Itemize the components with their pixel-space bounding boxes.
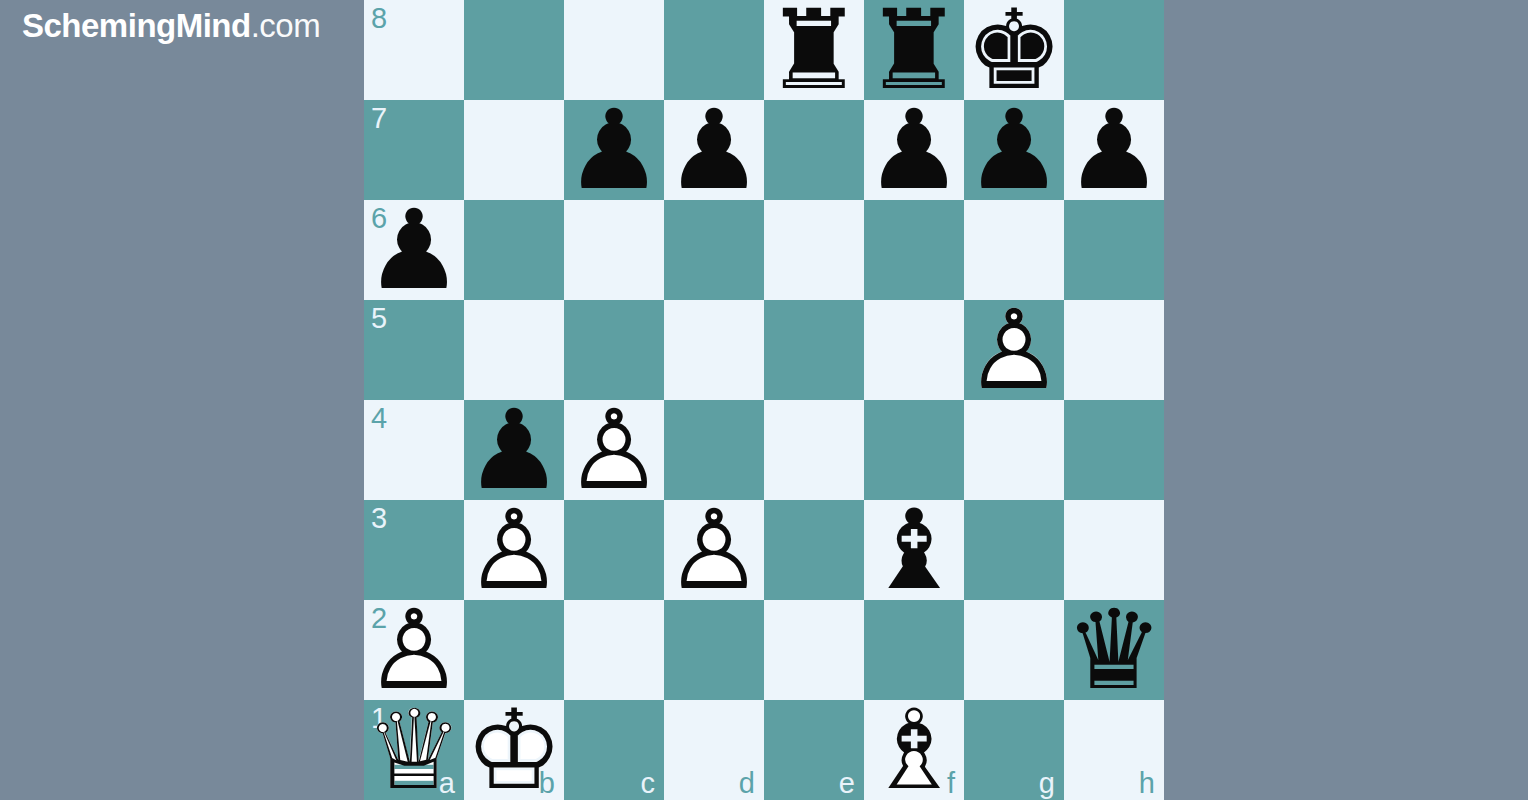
file-label-g: g bbox=[1039, 766, 1055, 800]
square-c8[interactable] bbox=[564, 0, 664, 100]
piece-white-pawn[interactable]: ♟♙ bbox=[364, 600, 464, 700]
piece-black-rook[interactable]: ♜ bbox=[764, 0, 864, 100]
rank-label-3: 3 bbox=[371, 501, 387, 535]
site-logo-suffix: .com bbox=[251, 7, 321, 44]
square-g8[interactable]: ♚ bbox=[964, 0, 1064, 100]
square-b2[interactable] bbox=[464, 600, 564, 700]
rank-label-7: 7 bbox=[371, 101, 387, 135]
square-d8[interactable] bbox=[664, 0, 764, 100]
square-d1[interactable]: d bbox=[664, 700, 764, 800]
square-a1[interactable]: 1a♛♕ bbox=[364, 700, 464, 800]
rank-label-8: 8 bbox=[371, 1, 387, 35]
square-c3[interactable] bbox=[564, 500, 664, 600]
square-a3[interactable]: 3 bbox=[364, 500, 464, 600]
piece-outline: ♙ bbox=[564, 400, 664, 500]
piece-black-pawn[interactable]: ♟ bbox=[464, 400, 564, 500]
square-d2[interactable] bbox=[664, 600, 764, 700]
square-b1[interactable]: b♚♔ bbox=[464, 700, 564, 800]
square-c2[interactable] bbox=[564, 600, 664, 700]
square-g3[interactable] bbox=[964, 500, 1064, 600]
square-f8[interactable]: ♜ bbox=[864, 0, 964, 100]
piece-white-pawn[interactable]: ♟♙ bbox=[464, 500, 564, 600]
square-b4[interactable]: ♟ bbox=[464, 400, 564, 500]
square-d7[interactable]: ♟ bbox=[664, 100, 764, 200]
square-b7[interactable] bbox=[464, 100, 564, 200]
square-f7[interactable]: ♟ bbox=[864, 100, 964, 200]
piece-white-pawn[interactable]: ♟♙ bbox=[964, 300, 1064, 400]
square-a5[interactable]: 5 bbox=[364, 300, 464, 400]
piece-black-pawn[interactable]: ♟ bbox=[1064, 100, 1164, 200]
square-e2[interactable] bbox=[764, 600, 864, 700]
square-b5[interactable] bbox=[464, 300, 564, 400]
piece-black-pawn[interactable]: ♟ bbox=[864, 100, 964, 200]
file-label-d: d bbox=[739, 766, 755, 800]
piece-outline: ♙ bbox=[964, 300, 1064, 400]
square-c4[interactable]: ♟♙ bbox=[564, 400, 664, 500]
square-f2[interactable] bbox=[864, 600, 964, 700]
square-a2[interactable]: 2♟♙ bbox=[364, 600, 464, 700]
square-g2[interactable] bbox=[964, 600, 1064, 700]
piece-black-pawn[interactable]: ♟ bbox=[964, 100, 1064, 200]
square-h7[interactable]: ♟ bbox=[1064, 100, 1164, 200]
piece-black-rook[interactable]: ♜ bbox=[864, 0, 964, 100]
piece-white-bishop[interactable]: ♝♗ bbox=[864, 700, 964, 800]
rank-label-5: 5 bbox=[371, 301, 387, 335]
square-b3[interactable]: ♟♙ bbox=[464, 500, 564, 600]
file-label-e: e bbox=[839, 766, 855, 800]
square-b6[interactable] bbox=[464, 200, 564, 300]
piece-white-pawn[interactable]: ♟♙ bbox=[564, 400, 664, 500]
piece-outline: ♗ bbox=[864, 700, 964, 800]
piece-black-pawn[interactable]: ♟ bbox=[664, 100, 764, 200]
square-h5[interactable] bbox=[1064, 300, 1164, 400]
square-a4[interactable]: 4 bbox=[364, 400, 464, 500]
piece-white-pawn[interactable]: ♟♙ bbox=[664, 500, 764, 600]
square-h1[interactable]: h bbox=[1064, 700, 1164, 800]
file-label-h: h bbox=[1139, 766, 1155, 800]
square-b8[interactable] bbox=[464, 0, 564, 100]
square-g5[interactable]: ♟♙ bbox=[964, 300, 1064, 400]
square-g4[interactable] bbox=[964, 400, 1064, 500]
piece-black-king[interactable]: ♚ bbox=[964, 0, 1064, 100]
square-e7[interactable] bbox=[764, 100, 864, 200]
square-e8[interactable]: ♜ bbox=[764, 0, 864, 100]
square-d3[interactable]: ♟♙ bbox=[664, 500, 764, 600]
square-f1[interactable]: f♝♗ bbox=[864, 700, 964, 800]
piece-outline: ♔ bbox=[464, 700, 564, 800]
file-label-c: c bbox=[641, 766, 656, 800]
square-c1[interactable]: c bbox=[564, 700, 664, 800]
square-f3[interactable]: ♝ bbox=[864, 500, 964, 600]
piece-white-king[interactable]: ♚♔ bbox=[464, 700, 564, 800]
square-d4[interactable] bbox=[664, 400, 764, 500]
square-f5[interactable] bbox=[864, 300, 964, 400]
piece-white-queen[interactable]: ♛♕ bbox=[364, 700, 464, 800]
square-e6[interactable] bbox=[764, 200, 864, 300]
square-d5[interactable] bbox=[664, 300, 764, 400]
piece-outline: ♕ bbox=[364, 700, 464, 800]
chess-board: 8♜♜♚7♟♟♟♟♟6♟5♟♙4♟♟♙3♟♙♟♙♝2♟♙♛1a♛♕b♚♔cdef… bbox=[364, 0, 1164, 800]
piece-outline: ♙ bbox=[464, 500, 564, 600]
square-a7[interactable]: 7 bbox=[364, 100, 464, 200]
piece-black-pawn[interactable]: ♟ bbox=[364, 200, 464, 300]
square-c7[interactable]: ♟ bbox=[564, 100, 664, 200]
square-e4[interactable] bbox=[764, 400, 864, 500]
rank-label-4: 4 bbox=[371, 401, 387, 435]
square-c6[interactable] bbox=[564, 200, 664, 300]
square-a6[interactable]: 6♟ bbox=[364, 200, 464, 300]
square-f4[interactable] bbox=[864, 400, 964, 500]
square-g7[interactable]: ♟ bbox=[964, 100, 1064, 200]
square-e3[interactable] bbox=[764, 500, 864, 600]
square-g1[interactable]: g bbox=[964, 700, 1064, 800]
site-logo[interactable]: SchemingMind.com bbox=[22, 7, 320, 45]
square-d6[interactable] bbox=[664, 200, 764, 300]
piece-black-bishop[interactable]: ♝ bbox=[864, 500, 964, 600]
piece-black-pawn[interactable]: ♟ bbox=[564, 100, 664, 200]
square-a8[interactable]: 8 bbox=[364, 0, 464, 100]
piece-outline: ♙ bbox=[364, 600, 464, 700]
square-c5[interactable] bbox=[564, 300, 664, 400]
site-logo-name: SchemingMind bbox=[22, 7, 251, 44]
square-e1[interactable]: e bbox=[764, 700, 864, 800]
square-h8[interactable] bbox=[1064, 0, 1164, 100]
square-g6[interactable] bbox=[964, 200, 1064, 300]
piece-outline: ♙ bbox=[664, 500, 764, 600]
square-h3[interactable] bbox=[1064, 500, 1164, 600]
square-f6[interactable] bbox=[864, 200, 964, 300]
piece-black-queen[interactable]: ♛ bbox=[1064, 600, 1164, 700]
square-e5[interactable] bbox=[764, 300, 864, 400]
square-h2[interactable]: ♛ bbox=[1064, 600, 1164, 700]
square-h4[interactable] bbox=[1064, 400, 1164, 500]
square-h6[interactable] bbox=[1064, 200, 1164, 300]
